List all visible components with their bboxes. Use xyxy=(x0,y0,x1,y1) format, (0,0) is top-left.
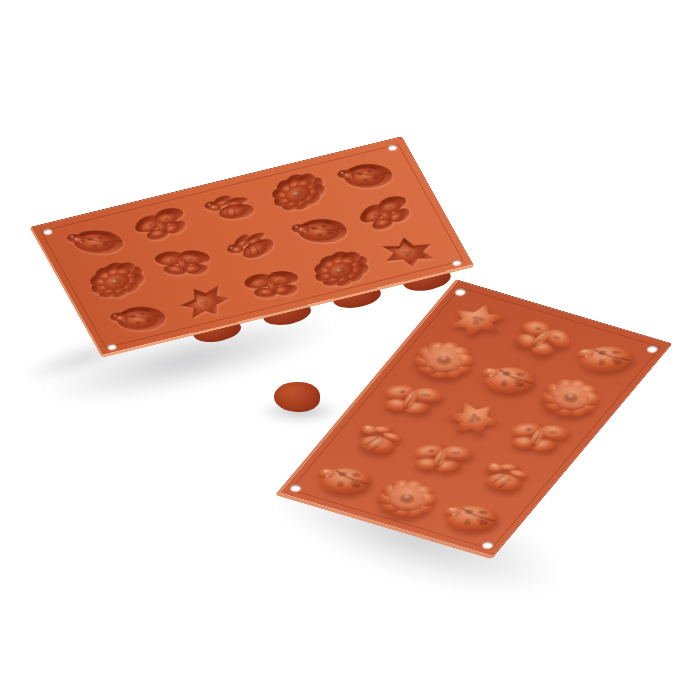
ladybug-icon xyxy=(102,299,174,338)
ladybug-icon xyxy=(60,225,130,259)
underside-bump-resting xyxy=(274,382,320,412)
ladybug-icon xyxy=(330,156,402,195)
bee-icon xyxy=(195,190,267,227)
ladybug-icon xyxy=(284,212,356,249)
product-photo xyxy=(0,0,700,700)
butterfly-icon xyxy=(237,265,310,306)
butterfly-icon xyxy=(149,246,220,281)
narcissus-icon xyxy=(373,235,444,270)
silicone-mold-cavity-side xyxy=(29,136,475,358)
silicone-mold-back-side xyxy=(275,279,673,559)
